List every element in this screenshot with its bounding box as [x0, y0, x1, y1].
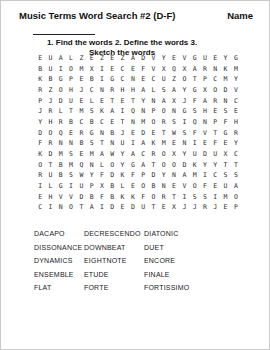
grid-cell: P — [231, 202, 241, 213]
grid-cell: L — [56, 106, 66, 117]
grid-cell: O — [169, 160, 179, 171]
grid-cell: F — [200, 181, 210, 192]
grid-cell: A — [56, 53, 66, 64]
grid-cell: E — [87, 53, 97, 64]
grid-cell: O — [148, 192, 158, 203]
grid-cell: B — [87, 74, 97, 85]
grid-cell: P — [138, 170, 148, 181]
grid-cell: G — [231, 53, 241, 64]
grid-cell: D — [138, 128, 148, 139]
grid-cell: G — [190, 85, 200, 96]
grid-cell: D — [107, 170, 117, 181]
grid-cell: Z — [117, 53, 127, 64]
grid-cell: K — [148, 138, 158, 149]
grid-cell: E — [117, 96, 127, 107]
grid-cell: N — [87, 160, 97, 171]
grid-cell: G — [128, 160, 138, 171]
grid-cell: E — [169, 53, 179, 64]
grid-cell: F — [220, 117, 230, 128]
grid-cell: M — [87, 149, 97, 160]
grid-cell: E — [107, 117, 117, 128]
grid-cell: R — [159, 192, 169, 203]
grid-cell: D — [35, 128, 45, 139]
grid-cell: J — [76, 85, 86, 96]
grid-cell: C — [97, 117, 107, 128]
grid-cell: T — [148, 160, 158, 171]
grid-cell: U — [200, 53, 210, 64]
grid-cell: C — [231, 149, 241, 160]
grid-cell: A — [231, 181, 241, 192]
grid-cell: B — [35, 64, 45, 75]
grid-cell: I — [97, 74, 107, 85]
grid-cell: G — [179, 106, 189, 117]
grid-cell: B — [107, 192, 117, 203]
grid-cell: I — [35, 181, 45, 192]
grid-cell: G — [87, 128, 97, 139]
grid-cell: F — [138, 192, 148, 203]
grid-cell: V — [200, 128, 210, 139]
grid-cell: N — [148, 96, 158, 107]
grid-cell: E — [210, 106, 220, 117]
word-list-item: FLAT — [34, 284, 84, 298]
grid-cell: C — [210, 74, 220, 85]
grid-cell: T — [231, 160, 241, 171]
grid-cell: T — [128, 96, 138, 107]
grid-cell: D — [179, 160, 189, 171]
grid-cell: S — [231, 170, 241, 181]
grid-cell: U — [76, 181, 86, 192]
grid-cell: B — [56, 160, 66, 171]
grid-cell: H — [128, 85, 138, 96]
word-list-item: DYNAMICS — [34, 257, 84, 271]
grid-cell: A — [97, 149, 107, 160]
grid-cell: G — [107, 74, 117, 85]
grid-cell: L — [66, 53, 76, 64]
grid-cell: Y — [210, 160, 220, 171]
grid-cell: E — [210, 53, 220, 64]
grid-cell: M — [231, 64, 241, 75]
grid-cell: A — [138, 85, 148, 96]
word-list-item: ENSEMBLE — [34, 271, 84, 285]
grid-cell: N — [220, 96, 230, 107]
grid-cell: O — [159, 106, 169, 117]
grid-cell: R — [231, 128, 241, 139]
grid-cell: T — [107, 96, 117, 107]
grid-cell: E — [231, 106, 241, 117]
grid-cell: I — [97, 64, 107, 75]
grid-cell: E — [107, 64, 117, 75]
grid-cell: N — [138, 106, 148, 117]
grid-cell: X — [200, 85, 210, 96]
grid-cell: F — [35, 138, 45, 149]
grid-cell: O — [210, 85, 220, 96]
grid-cell: O — [56, 85, 66, 96]
grid-cell: U — [210, 149, 220, 160]
grid-cell: P — [210, 117, 220, 128]
grid-cell: D — [128, 202, 138, 213]
grid-cell: I — [200, 170, 210, 181]
grid-cell: E — [35, 53, 45, 64]
grid-cell: O — [159, 149, 169, 160]
grid-cell: O — [138, 181, 148, 192]
word-list-item: ENCORE — [144, 257, 244, 271]
grid-cell: U — [159, 74, 169, 85]
grid-cell: N — [97, 85, 107, 96]
grid-cell: E — [66, 128, 76, 139]
grid-cell: J — [35, 106, 45, 117]
grid-cell: S — [87, 106, 97, 117]
grid-cell: Q — [169, 64, 179, 75]
grid-cell: D — [220, 85, 230, 96]
grid-cell: A — [190, 64, 200, 75]
grid-cell: Q — [190, 117, 200, 128]
grid-cell: D — [138, 53, 148, 64]
grid-cell: Y — [231, 74, 241, 85]
word-list-item: DOWNBEAT — [84, 244, 144, 258]
grid-cell: X — [169, 149, 179, 160]
grid-cell: K — [117, 170, 127, 181]
grid-cell: D — [107, 202, 117, 213]
grid-cell: N — [169, 170, 179, 181]
grid-cell: T — [148, 202, 158, 213]
grid-cell: O — [107, 160, 117, 171]
grid-cell: B — [66, 117, 76, 128]
grid-cell: E — [169, 138, 179, 149]
grid-cell: B — [107, 181, 117, 192]
grid-cell: X — [97, 181, 107, 192]
grid-cell: S — [190, 192, 200, 203]
grid-cell: J — [45, 96, 55, 107]
grid-cell: B — [87, 117, 97, 128]
grid-cell: C — [148, 74, 158, 85]
grid-cell: Z — [97, 53, 107, 64]
grid-cell: M — [56, 149, 66, 160]
grid-cell: A — [128, 53, 138, 64]
grid-cell: M — [190, 170, 200, 181]
grid-cell: I — [97, 202, 107, 213]
grid-cell: X — [169, 202, 179, 213]
grid-cell: M — [159, 138, 169, 149]
grid-cell: S — [200, 192, 210, 203]
grid-cell: A — [200, 96, 210, 107]
grid-cell: M — [76, 64, 86, 75]
grid-cell: F — [190, 128, 200, 139]
grid-cell: B — [76, 138, 86, 149]
grid-cell: B — [45, 74, 55, 85]
grid-cell: N — [97, 128, 107, 139]
grid-cell: S — [66, 149, 76, 160]
grid-cell: C — [35, 202, 45, 213]
grid-cell: C — [117, 64, 127, 75]
grid-cell: G — [56, 181, 66, 192]
grid-cell: N — [179, 138, 189, 149]
grid-cell: M — [76, 106, 86, 117]
grid-cell: W — [169, 128, 179, 139]
grid-cell: S — [179, 128, 189, 139]
word-list-item: ETUDE — [84, 271, 144, 285]
grid-cell: Y — [159, 170, 169, 181]
grid-cell: R — [76, 128, 86, 139]
grid-cell: F — [97, 192, 107, 203]
grid-cell: Q — [76, 160, 86, 171]
grid-cell: T — [117, 117, 127, 128]
grid-cell: R — [107, 85, 117, 96]
grid-cell: H — [66, 85, 76, 96]
grid-cell: U — [66, 96, 76, 107]
grid-cell: X — [159, 64, 169, 75]
word-list-item: EIGHTNOTE — [84, 257, 144, 271]
grid-cell: D — [45, 149, 55, 160]
grid-cell: E — [35, 192, 45, 203]
grid-cell: U — [190, 149, 200, 160]
grid-cell: U — [45, 53, 55, 64]
grid-cell: Y — [138, 96, 148, 107]
word-list-item: DIATONIC — [144, 230, 244, 244]
grid-cell: A — [107, 106, 117, 117]
grid-cell: Q — [128, 106, 138, 117]
grid-cell: J — [117, 128, 127, 139]
grid-cell: V — [148, 53, 158, 64]
grid-cell: Y — [117, 149, 127, 160]
grid-cell: Y — [35, 117, 45, 128]
worksheet-page: Music Terms Word Search #2 (D-F) Name 1.… — [0, 0, 270, 350]
grid-cell: K — [128, 192, 138, 203]
grid-cell: A — [138, 138, 148, 149]
grid-cell: U — [45, 64, 55, 75]
grid-cell: U — [45, 170, 55, 181]
grid-cell: R — [45, 106, 55, 117]
word-list-item: DACAPO — [34, 230, 84, 244]
grid-cell: J — [190, 202, 200, 213]
grid-cell: E — [210, 181, 220, 192]
grid-cell: T — [190, 74, 200, 85]
grid-cell: D — [56, 96, 66, 107]
grid-cell: S — [66, 170, 76, 181]
word-list-item: DISSONANCE — [34, 244, 84, 258]
grid-cell: Y — [179, 85, 189, 96]
grid-cell: O — [190, 181, 200, 192]
grid-cell: J — [210, 202, 220, 213]
grid-cell: S — [159, 85, 169, 96]
grid-cell: Y — [87, 170, 97, 181]
grid-cell: Y — [179, 149, 189, 160]
grid-cell: H — [200, 106, 210, 117]
grid-cell: V — [56, 192, 66, 203]
grid-cell: T — [159, 128, 169, 139]
grid-cell: X — [220, 149, 230, 160]
grid-cell: A — [159, 96, 169, 107]
grid-cell: F — [190, 96, 200, 107]
grid-cell: J — [179, 96, 189, 107]
grid-cell: N — [200, 117, 210, 128]
grid-cell: A — [128, 149, 138, 160]
grid-cell: A — [87, 202, 97, 213]
grid-cell: D — [76, 192, 86, 203]
grid-cell: I — [66, 181, 76, 192]
grid-cell: O — [45, 128, 55, 139]
grid-cell: C — [117, 74, 127, 85]
instructions-line-1: 1. Find the words 2. Define the words 3. — [19, 38, 225, 48]
grid-cell: E — [128, 128, 138, 139]
grid-cell: T — [66, 106, 76, 117]
grid-cell: L — [97, 160, 107, 171]
grid-cell: O — [66, 202, 76, 213]
grid-cell: L — [148, 85, 158, 96]
grid-cell: E — [220, 202, 230, 213]
grid-cell: R — [148, 149, 158, 160]
grid-cell: H — [45, 117, 55, 128]
grid-cell: R — [56, 117, 66, 128]
grid-cell: E — [128, 181, 138, 192]
word-search-grid: EUALZEZEZADVYEVGUEYGBUIOMXIECEFVXQXARNKM… — [35, 53, 241, 213]
word-list-item: FORTE — [84, 284, 144, 298]
grid-cell: F — [138, 64, 148, 75]
grid-cell: M — [220, 192, 230, 203]
grid-cell: F — [210, 138, 220, 149]
grid-cell: N — [56, 202, 66, 213]
grid-cell: W — [107, 149, 117, 160]
grid-cell: C — [87, 85, 97, 96]
grid-cell: E — [76, 96, 86, 107]
grid-cell: N — [107, 138, 117, 149]
grid-cell: I — [210, 192, 220, 203]
grid-cell: V — [66, 192, 76, 203]
grid-cell: N — [159, 181, 169, 192]
grid-cell: N — [128, 117, 138, 128]
grid-cell: R — [35, 170, 45, 181]
name-label: Name — [227, 10, 253, 21]
grid-cell: N — [128, 74, 138, 85]
word-list-item: FORTISSIMO — [144, 284, 244, 298]
grid-cell: I — [45, 202, 55, 213]
grid-cell: S — [220, 170, 230, 181]
grid-cell: T — [210, 128, 220, 139]
grid-cell: T — [45, 160, 55, 171]
name-blank-line — [33, 34, 95, 35]
grid-cell: R — [200, 64, 210, 75]
grid-cell: O — [35, 160, 45, 171]
grid-cell: A — [179, 170, 189, 181]
grid-cell: M — [220, 74, 230, 85]
word-list-item: FINALE — [144, 271, 244, 285]
grid-cell: Y — [159, 53, 169, 64]
grid-cell: M — [138, 117, 148, 128]
grid-cell: E — [76, 74, 86, 85]
grid-cell: P — [87, 181, 97, 192]
grid-cell: K — [190, 160, 200, 171]
grid-cell: Y — [220, 53, 230, 64]
grid-cell: B — [56, 170, 66, 181]
word-list-item: DUET — [144, 244, 244, 258]
grid-cell: R — [159, 117, 169, 128]
grid-cell: N — [56, 138, 66, 149]
grid-cell: V — [179, 181, 189, 192]
grid-cell: E — [169, 181, 179, 192]
grid-cell: G — [220, 128, 230, 139]
grid-cell: I — [179, 117, 189, 128]
grid-cell: G — [56, 74, 66, 85]
grid-cell: S — [169, 117, 179, 128]
grid-cell: Z — [169, 74, 179, 85]
grid-cell: Z — [76, 53, 86, 64]
page-title: Music Terms Word Search #2 (D-F) — [19, 10, 175, 21]
grid-cell: F — [97, 170, 107, 181]
grid-cell: H — [117, 85, 127, 96]
grid-cell: A — [138, 160, 148, 171]
grid-cell: P — [148, 106, 158, 117]
grid-cell: O — [179, 74, 189, 85]
grid-cell: O — [148, 117, 158, 128]
grid-cell: O — [231, 192, 241, 203]
grid-cell: I — [117, 106, 127, 117]
grid-cell: B — [148, 181, 158, 192]
grid-cell: K — [35, 149, 45, 160]
grid-cell: Y — [117, 160, 127, 171]
grid-cell: U — [138, 202, 148, 213]
grid-cell: P — [66, 74, 76, 85]
grid-cell: T — [220, 160, 230, 171]
grid-cell: S — [220, 106, 230, 117]
grid-cell: L — [117, 181, 127, 192]
grid-cell: E — [138, 74, 148, 85]
grid-cell: C — [138, 149, 148, 160]
grid-cell: B — [107, 128, 117, 139]
grid-cell: K — [97, 106, 107, 117]
grid-cell: O — [159, 160, 169, 171]
grid-cell: V — [231, 85, 241, 96]
grid-cell: R — [210, 96, 220, 107]
grid-cell: P — [35, 96, 45, 107]
grid-cell: X — [179, 64, 189, 75]
grid-cell: K — [220, 64, 230, 75]
grid-cell: Z — [45, 85, 55, 96]
grid-cell: L — [87, 96, 97, 107]
grid-cell: A — [169, 85, 179, 96]
grid-cell: G — [190, 53, 200, 64]
grid-cell: E — [159, 202, 169, 213]
grid-cell: R — [45, 138, 55, 149]
grid-cell: V — [179, 53, 189, 64]
grid-cell: X — [87, 64, 97, 75]
grid-cell: Y — [231, 138, 241, 149]
grid-cell: S — [190, 106, 200, 117]
grid-cell: E — [200, 138, 210, 149]
grid-cell: I — [128, 138, 138, 149]
grid-cell: E — [148, 128, 158, 139]
grid-cell: R — [200, 202, 210, 213]
grid-cell: F — [128, 170, 138, 181]
grid-cell: C — [231, 96, 241, 107]
grid-cell: U — [220, 181, 230, 192]
grid-cell: K — [35, 74, 45, 85]
grid-cell: E — [97, 96, 107, 107]
grid-cell: J — [179, 202, 189, 213]
grid-cell: R — [35, 85, 45, 96]
grid-cell: H — [231, 117, 241, 128]
grid-cell: C — [210, 170, 220, 181]
grid-cell: E — [107, 53, 117, 64]
grid-cell: H — [45, 192, 55, 203]
grid-cell: N — [210, 64, 220, 75]
grid-cell: V — [148, 64, 158, 75]
grid-cell: E — [128, 64, 138, 75]
grid-cell: Q — [56, 128, 66, 139]
grid-cell: U — [117, 138, 127, 149]
grid-cell: L — [45, 181, 55, 192]
grid-cell: C — [76, 117, 86, 128]
grid-cell: Y — [200, 160, 210, 171]
grid-cell: T — [97, 138, 107, 149]
